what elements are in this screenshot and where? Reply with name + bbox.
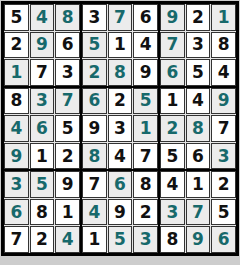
cell-r5c3[interactable]: 5: [55, 115, 80, 142]
cell-r2c4[interactable]: 5: [82, 32, 107, 59]
cell-r7c7[interactable]: 4: [160, 171, 185, 198]
cell-r9c5[interactable]: 5: [108, 226, 133, 253]
cell-r3c4[interactable]: 2: [82, 59, 107, 86]
cell-r1c2[interactable]: 4: [30, 4, 55, 31]
box-2-3: 149287563: [160, 88, 236, 170]
cell-r1c1[interactable]: 5: [4, 4, 29, 31]
cell-r2c8[interactable]: 3: [186, 32, 211, 59]
box-2-1: 837465912: [4, 88, 80, 170]
cell-r2c7[interactable]: 7: [160, 32, 185, 59]
cell-r4c5[interactable]: 2: [108, 88, 133, 115]
cell-r1c7[interactable]: 9: [160, 4, 185, 31]
cell-r9c8[interactable]: 9: [186, 226, 211, 253]
cell-r3c5[interactable]: 8: [108, 59, 133, 86]
cell-r2c3[interactable]: 6: [55, 32, 80, 59]
cell-r3c9[interactable]: 4: [211, 59, 236, 86]
cell-r1c4[interactable]: 3: [82, 4, 107, 31]
cell-r3c3[interactable]: 3: [55, 59, 80, 86]
box-1-2: 376514289: [82, 4, 158, 86]
cell-r6c2[interactable]: 1: [30, 143, 55, 170]
cell-r8c9[interactable]: 5: [211, 199, 236, 226]
cell-r1c3[interactable]: 8: [55, 4, 80, 31]
cell-r8c5[interactable]: 9: [108, 199, 133, 226]
cell-r6c7[interactable]: 5: [160, 143, 185, 170]
cell-r5c6[interactable]: 1: [133, 115, 158, 142]
cell-r8c6[interactable]: 2: [133, 199, 158, 226]
cell-r6c3[interactable]: 2: [55, 143, 80, 170]
box-3-1: 359681724: [4, 171, 80, 253]
cell-r4c8[interactable]: 4: [186, 88, 211, 115]
box-1-1: 548296173: [4, 4, 80, 86]
sudoku-board: 5482961733765142899217386548374659126259…: [1, 1, 239, 256]
cell-r1c5[interactable]: 7: [108, 4, 133, 31]
cell-r8c2[interactable]: 8: [30, 199, 55, 226]
cell-r8c1[interactable]: 6: [4, 199, 29, 226]
cell-r9c4[interactable]: 1: [82, 226, 107, 253]
cell-r2c9[interactable]: 8: [211, 32, 236, 59]
cell-r8c7[interactable]: 3: [160, 199, 185, 226]
cell-r4c1[interactable]: 8: [4, 88, 29, 115]
cell-r4c4[interactable]: 6: [82, 88, 107, 115]
cell-r7c1[interactable]: 3: [4, 171, 29, 198]
cell-r9c7[interactable]: 8: [160, 226, 185, 253]
cell-r6c9[interactable]: 3: [211, 143, 236, 170]
cell-r5c9[interactable]: 7: [211, 115, 236, 142]
cell-r9c2[interactable]: 2: [30, 226, 55, 253]
cell-r6c8[interactable]: 6: [186, 143, 211, 170]
cell-r7c5[interactable]: 6: [108, 171, 133, 198]
cell-r2c1[interactable]: 2: [4, 32, 29, 59]
cell-r7c4[interactable]: 7: [82, 171, 107, 198]
cell-r7c3[interactable]: 9: [55, 171, 80, 198]
box-1-3: 921738654: [160, 4, 236, 86]
cell-r5c5[interactable]: 3: [108, 115, 133, 142]
cell-r3c6[interactable]: 9: [133, 59, 158, 86]
cell-r4c3[interactable]: 7: [55, 88, 80, 115]
cell-r7c9[interactable]: 2: [211, 171, 236, 198]
cell-r5c8[interactable]: 8: [186, 115, 211, 142]
cell-r8c4[interactable]: 4: [82, 199, 107, 226]
box-3-2: 768492153: [82, 171, 158, 253]
cell-r4c6[interactable]: 5: [133, 88, 158, 115]
cell-r3c7[interactable]: 6: [160, 59, 185, 86]
cell-r5c7[interactable]: 2: [160, 115, 185, 142]
cell-r1c6[interactable]: 6: [133, 4, 158, 31]
cell-r6c4[interactable]: 8: [82, 143, 107, 170]
cell-r2c5[interactable]: 1: [108, 32, 133, 59]
cell-r9c6[interactable]: 3: [133, 226, 158, 253]
cell-r6c6[interactable]: 7: [133, 143, 158, 170]
cell-r5c1[interactable]: 4: [4, 115, 29, 142]
cell-r5c4[interactable]: 9: [82, 115, 107, 142]
cell-r2c2[interactable]: 9: [30, 32, 55, 59]
box-2-2: 625931847: [82, 88, 158, 170]
cell-r4c7[interactable]: 1: [160, 88, 185, 115]
cell-r3c1[interactable]: 1: [4, 59, 29, 86]
cell-r7c6[interactable]: 8: [133, 171, 158, 198]
cell-r9c3[interactable]: 4: [55, 226, 80, 253]
cell-r1c8[interactable]: 2: [186, 4, 211, 31]
cell-r3c8[interactable]: 5: [186, 59, 211, 86]
cell-r4c2[interactable]: 3: [30, 88, 55, 115]
cell-r4c9[interactable]: 9: [211, 88, 236, 115]
cell-r9c9[interactable]: 6: [211, 226, 236, 253]
cell-r5c2[interactable]: 6: [30, 115, 55, 142]
box-3-3: 412375896: [160, 171, 236, 253]
page: 5482961733765142899217386548374659126259…: [0, 0, 240, 265]
cell-r8c8[interactable]: 7: [186, 199, 211, 226]
cell-r6c1[interactable]: 9: [4, 143, 29, 170]
cell-r8c3[interactable]: 1: [55, 199, 80, 226]
cell-r2c6[interactable]: 4: [133, 32, 158, 59]
cell-r7c8[interactable]: 1: [186, 171, 211, 198]
cell-r6c5[interactable]: 4: [108, 143, 133, 170]
cell-r9c1[interactable]: 7: [4, 226, 29, 253]
cell-r3c2[interactable]: 7: [30, 59, 55, 86]
cell-r7c2[interactable]: 5: [30, 171, 55, 198]
cell-r1c9[interactable]: 1: [211, 4, 236, 31]
